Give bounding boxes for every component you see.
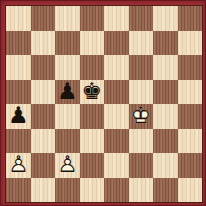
square-a6[interactable] xyxy=(6,55,31,80)
square-g6[interactable] xyxy=(153,55,178,80)
square-d7[interactable] xyxy=(80,31,105,56)
square-d4[interactable] xyxy=(80,104,105,129)
square-g7[interactable] xyxy=(153,31,178,56)
square-h2[interactable] xyxy=(178,153,203,178)
square-c6[interactable] xyxy=(55,55,80,80)
square-e1[interactable] xyxy=(104,178,129,203)
square-c3[interactable] xyxy=(55,129,80,154)
square-f8[interactable] xyxy=(129,6,154,31)
square-b7[interactable] xyxy=(31,31,56,56)
square-g2[interactable] xyxy=(153,153,178,178)
square-f5[interactable] xyxy=(129,80,154,105)
square-a7[interactable] xyxy=(6,31,31,56)
square-a3[interactable] xyxy=(6,129,31,154)
square-d6[interactable] xyxy=(80,55,105,80)
square-a4[interactable]: ♟ xyxy=(6,104,31,129)
square-a1[interactable] xyxy=(6,178,31,203)
square-g5[interactable] xyxy=(153,80,178,105)
piece-glyph-outline: ♙ xyxy=(57,153,78,176)
square-b4[interactable] xyxy=(31,104,56,129)
black-pawn[interactable]: ♟ xyxy=(55,80,80,105)
black-king[interactable]: ♚ xyxy=(80,80,105,105)
square-g4[interactable] xyxy=(153,104,178,129)
chess-board: ♟♚♟♚♔♟♙♟♙ xyxy=(6,6,202,202)
square-f2[interactable] xyxy=(129,153,154,178)
square-b3[interactable] xyxy=(31,129,56,154)
square-c2[interactable]: ♟♙ xyxy=(55,153,80,178)
square-f4[interactable]: ♚♔ xyxy=(129,104,154,129)
white-pawn[interactable]: ♟♙ xyxy=(6,153,31,178)
square-h8[interactable] xyxy=(178,6,203,31)
square-d3[interactable] xyxy=(80,129,105,154)
square-a5[interactable] xyxy=(6,80,31,105)
square-b5[interactable] xyxy=(31,80,56,105)
square-h5[interactable] xyxy=(178,80,203,105)
square-c7[interactable] xyxy=(55,31,80,56)
piece-glyph-outline: ♙ xyxy=(8,153,29,176)
square-f7[interactable] xyxy=(129,31,154,56)
square-h7[interactable] xyxy=(178,31,203,56)
square-h6[interactable] xyxy=(178,55,203,80)
square-b1[interactable] xyxy=(31,178,56,203)
square-c1[interactable] xyxy=(55,178,80,203)
white-pawn[interactable]: ♟♙ xyxy=(55,153,80,178)
square-b6[interactable] xyxy=(31,55,56,80)
square-c4[interactable] xyxy=(55,104,80,129)
square-f6[interactable] xyxy=(129,55,154,80)
square-e3[interactable] xyxy=(104,129,129,154)
square-e8[interactable] xyxy=(104,6,129,31)
white-king[interactable]: ♚♔ xyxy=(129,104,154,129)
square-f1[interactable] xyxy=(129,178,154,203)
square-b8[interactable] xyxy=(31,6,56,31)
square-e2[interactable] xyxy=(104,153,129,178)
piece-glyph: ♟ xyxy=(8,104,29,127)
square-e4[interactable] xyxy=(104,104,129,129)
square-c8[interactable] xyxy=(55,6,80,31)
square-d8[interactable] xyxy=(80,6,105,31)
square-d1[interactable] xyxy=(80,178,105,203)
piece-glyph: ♚ xyxy=(81,80,102,103)
square-e6[interactable] xyxy=(104,55,129,80)
square-b2[interactable] xyxy=(31,153,56,178)
square-d5[interactable]: ♚ xyxy=(80,80,105,105)
square-a8[interactable] xyxy=(6,6,31,31)
piece-glyph: ♟ xyxy=(57,80,78,103)
board-frame: ♟♚♟♚♔♟♙♟♙ xyxy=(0,0,206,206)
piece-glyph-outline: ♔ xyxy=(130,104,151,127)
black-pawn[interactable]: ♟ xyxy=(6,104,31,129)
square-d2[interactable] xyxy=(80,153,105,178)
square-e5[interactable] xyxy=(104,80,129,105)
square-a2[interactable]: ♟♙ xyxy=(6,153,31,178)
square-g8[interactable] xyxy=(153,6,178,31)
square-c5[interactable]: ♟ xyxy=(55,80,80,105)
square-h1[interactable] xyxy=(178,178,203,203)
square-h3[interactable] xyxy=(178,129,203,154)
square-e7[interactable] xyxy=(104,31,129,56)
square-h4[interactable] xyxy=(178,104,203,129)
square-g3[interactable] xyxy=(153,129,178,154)
square-f3[interactable] xyxy=(129,129,154,154)
square-g1[interactable] xyxy=(153,178,178,203)
